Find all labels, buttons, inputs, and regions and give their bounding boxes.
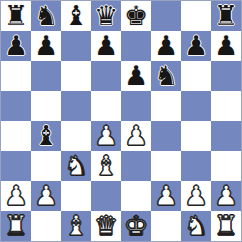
- white-king[interactable]: ♚: [124, 212, 148, 239]
- square-a6[interactable]: [1, 61, 31, 91]
- square-g2[interactable]: ♟: [181, 181, 211, 211]
- square-d7[interactable]: ♟: [91, 31, 121, 61]
- square-e3[interactable]: [121, 151, 151, 181]
- square-e2[interactable]: [121, 181, 151, 211]
- black-pawn[interactable]: ♟: [124, 62, 148, 89]
- white-pawn[interactable]: ♟: [4, 182, 28, 209]
- black-pawn[interactable]: ♟: [154, 32, 178, 59]
- square-c1[interactable]: ♝: [61, 211, 91, 241]
- square-f8[interactable]: [151, 1, 181, 31]
- square-c4[interactable]: [61, 121, 91, 151]
- square-b8[interactable]: ♞: [31, 1, 61, 31]
- square-h7[interactable]: ♟: [211, 31, 241, 61]
- square-g8[interactable]: [181, 1, 211, 31]
- square-d4[interactable]: ♟: [91, 121, 121, 151]
- square-g4[interactable]: [181, 121, 211, 151]
- square-h6[interactable]: [211, 61, 241, 91]
- square-h5[interactable]: [211, 91, 241, 121]
- square-g5[interactable]: [181, 91, 211, 121]
- black-bishop[interactable]: ♝: [64, 2, 88, 29]
- square-a4[interactable]: [1, 121, 31, 151]
- white-queen[interactable]: ♛: [94, 212, 118, 239]
- square-e1[interactable]: ♚: [121, 211, 151, 241]
- black-pawn[interactable]: ♟: [214, 32, 238, 59]
- black-queen[interactable]: ♛: [94, 2, 118, 29]
- square-f3[interactable]: [151, 151, 181, 181]
- square-g1[interactable]: ♞: [181, 211, 211, 241]
- black-rook[interactable]: ♜: [4, 2, 28, 29]
- black-knight[interactable]: ♞: [154, 62, 178, 89]
- white-pawn[interactable]: ♟: [94, 122, 118, 149]
- square-c2[interactable]: [61, 181, 91, 211]
- square-c7[interactable]: [61, 31, 91, 61]
- square-f4[interactable]: [151, 121, 181, 151]
- white-bishop[interactable]: ♝: [64, 212, 88, 239]
- square-e7[interactable]: [121, 31, 151, 61]
- white-pawn[interactable]: ♟: [34, 182, 58, 209]
- square-b5[interactable]: [31, 91, 61, 121]
- black-bishop[interactable]: ♝: [34, 122, 58, 149]
- white-pawn[interactable]: ♟: [214, 182, 238, 209]
- square-g3[interactable]: [181, 151, 211, 181]
- black-pawn[interactable]: ♟: [4, 32, 28, 59]
- square-a2[interactable]: ♟: [1, 181, 31, 211]
- white-bishop[interactable]: ♝: [94, 152, 118, 179]
- square-a1[interactable]: ♜: [1, 211, 31, 241]
- square-a3[interactable]: [1, 151, 31, 181]
- square-d6[interactable]: [91, 61, 121, 91]
- square-b7[interactable]: ♟: [31, 31, 61, 61]
- square-a5[interactable]: [1, 91, 31, 121]
- white-knight[interactable]: ♞: [64, 152, 88, 179]
- black-king[interactable]: ♚: [124, 2, 148, 29]
- black-pawn[interactable]: ♟: [184, 32, 208, 59]
- square-b1[interactable]: [31, 211, 61, 241]
- square-c5[interactable]: [61, 91, 91, 121]
- black-pawn[interactable]: ♟: [34, 32, 58, 59]
- white-knight[interactable]: ♞: [184, 212, 208, 239]
- white-pawn[interactable]: ♟: [124, 122, 148, 149]
- square-f1[interactable]: [151, 211, 181, 241]
- square-f5[interactable]: [151, 91, 181, 121]
- square-a8[interactable]: ♜: [1, 1, 31, 31]
- square-f6[interactable]: ♞: [151, 61, 181, 91]
- chess-board: ♜♞♝♛♚♜♟♟♟♟♟♟♟♞♝♟♟♞♝♟♟♟♟♟♜♝♛♚♞♜: [0, 0, 242, 242]
- square-e8[interactable]: ♚: [121, 1, 151, 31]
- square-b6[interactable]: [31, 61, 61, 91]
- square-d2[interactable]: [91, 181, 121, 211]
- square-g7[interactable]: ♟: [181, 31, 211, 61]
- white-rook[interactable]: ♜: [4, 212, 28, 239]
- square-d3[interactable]: ♝: [91, 151, 121, 181]
- square-b3[interactable]: [31, 151, 61, 181]
- square-f2[interactable]: ♟: [151, 181, 181, 211]
- square-c3[interactable]: ♞: [61, 151, 91, 181]
- square-h4[interactable]: [211, 121, 241, 151]
- square-a7[interactable]: ♟: [1, 31, 31, 61]
- square-d8[interactable]: ♛: [91, 1, 121, 31]
- square-h8[interactable]: ♜: [211, 1, 241, 31]
- black-knight[interactable]: ♞: [34, 2, 58, 29]
- square-c8[interactable]: ♝: [61, 1, 91, 31]
- square-e4[interactable]: ♟: [121, 121, 151, 151]
- white-pawn[interactable]: ♟: [184, 182, 208, 209]
- square-d5[interactable]: [91, 91, 121, 121]
- square-d1[interactable]: ♛: [91, 211, 121, 241]
- square-e5[interactable]: [121, 91, 151, 121]
- square-f7[interactable]: ♟: [151, 31, 181, 61]
- square-b2[interactable]: ♟: [31, 181, 61, 211]
- black-pawn[interactable]: ♟: [94, 32, 118, 59]
- square-g6[interactable]: [181, 61, 211, 91]
- white-rook[interactable]: ♜: [214, 212, 238, 239]
- black-rook[interactable]: ♜: [214, 2, 238, 29]
- square-h3[interactable]: [211, 151, 241, 181]
- white-pawn[interactable]: ♟: [154, 182, 178, 209]
- square-h2[interactable]: ♟: [211, 181, 241, 211]
- square-b4[interactable]: ♝: [31, 121, 61, 151]
- square-h1[interactable]: ♜: [211, 211, 241, 241]
- square-c6[interactable]: [61, 61, 91, 91]
- square-e6[interactable]: ♟: [121, 61, 151, 91]
